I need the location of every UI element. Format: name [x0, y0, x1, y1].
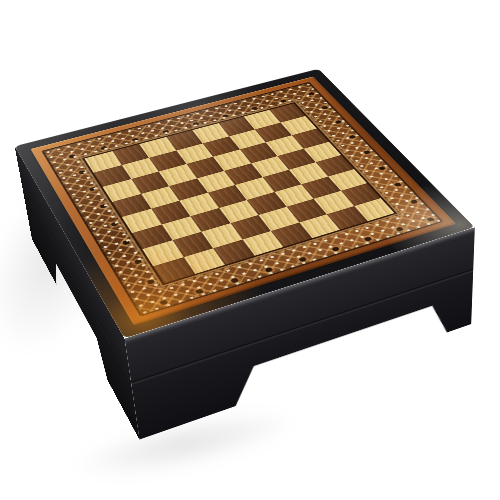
board-square: [172, 232, 213, 257]
board-square: [242, 231, 283, 256]
chess-storage-box: [15, 69, 475, 339]
board-square: [151, 201, 190, 225]
board-square: [219, 200, 259, 224]
product-photo: Angled product photo of an empty wooden …: [0, 0, 500, 500]
board-square: [142, 240, 183, 266]
board-square: [354, 198, 395, 221]
board-square: [230, 215, 271, 239]
board-square: [326, 206, 367, 230]
board-square: [132, 224, 172, 249]
board-square: [274, 184, 314, 207]
board-square: [286, 199, 326, 223]
board-square: [213, 239, 254, 265]
chessboard: [84, 103, 394, 283]
board-square: [207, 185, 246, 208]
board-square: [141, 186, 180, 209]
board-square: [258, 207, 298, 231]
board-square: [340, 183, 380, 206]
board-square: [271, 222, 312, 247]
board-square: [314, 191, 354, 214]
board-square: [112, 194, 151, 217]
board-square: [183, 248, 225, 274]
board-square: [299, 214, 340, 238]
board-square: [122, 209, 161, 233]
board-square: [190, 208, 230, 232]
board-square: [179, 193, 218, 216]
board-square: [247, 192, 287, 215]
board-square: [201, 223, 242, 248]
board-square: [161, 216, 201, 240]
board-square: [153, 257, 195, 283]
